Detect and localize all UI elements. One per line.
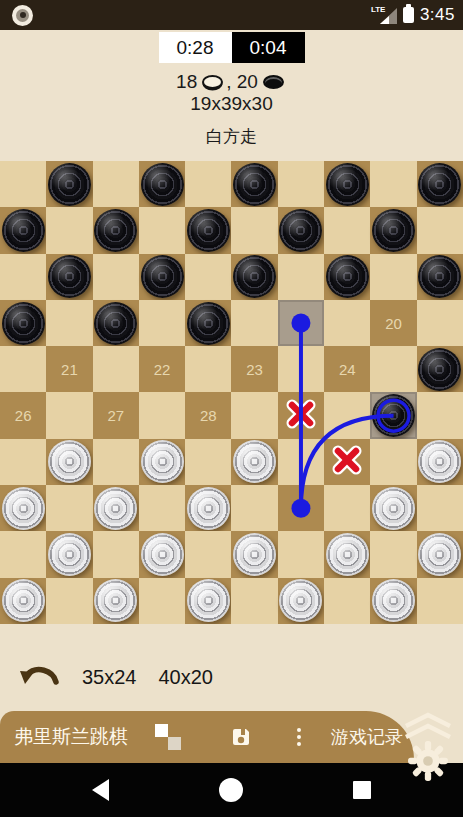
square-7[interactable] (93, 207, 139, 253)
light-square (324, 300, 370, 346)
square-33[interactable] (231, 439, 277, 485)
record-icon (12, 5, 33, 26)
light-square (46, 300, 92, 346)
square-1[interactable] (46, 161, 92, 207)
square-17[interactable] (93, 300, 139, 346)
battery-icon (403, 7, 414, 23)
chevron-up-icon (400, 712, 456, 740)
square-3[interactable] (231, 161, 277, 207)
light-square (278, 439, 324, 485)
black-man-square-7[interactable] (94, 209, 137, 252)
light-square (370, 254, 416, 300)
square-23[interactable]: 23 (231, 346, 277, 392)
white-man-square-40[interactable] (372, 487, 415, 530)
board-theme-icon[interactable] (155, 724, 181, 750)
light-square (417, 207, 463, 253)
phone-screen: LTE 3:45 0:28 0:04 18, 20 19x39x30 白方走 2… (0, 0, 463, 817)
light-square (139, 392, 185, 438)
light-square (324, 392, 370, 438)
light-square (370, 161, 416, 207)
white-count: 18 (176, 71, 197, 92)
square-24[interactable]: 24 (324, 346, 370, 392)
light-square (46, 578, 92, 624)
light-square (46, 392, 92, 438)
light-square (185, 531, 231, 577)
light-square (0, 346, 46, 392)
square-2[interactable] (139, 161, 185, 207)
clock-time: 3:45 (420, 5, 455, 25)
square-49[interactable] (278, 578, 324, 624)
black-man-square-12[interactable] (141, 255, 184, 298)
light-square (324, 485, 370, 531)
light-square (0, 254, 46, 300)
light-square (46, 485, 92, 531)
square-14[interactable] (324, 254, 370, 300)
square-12[interactable] (139, 254, 185, 300)
light-square (46, 207, 92, 253)
footer: 35x24 40x20 弗里斯兰跳棋 游戏记录 (0, 624, 463, 763)
white-man-square-48[interactable] (187, 579, 230, 622)
light-square (139, 578, 185, 624)
game-record-button[interactable]: 游戏记录 (331, 725, 403, 749)
bottom-toolbar: 弗里斯兰跳棋 游戏记录 (0, 711, 414, 763)
move-preview: 19x39x30 (0, 93, 463, 115)
square-32[interactable] (139, 439, 185, 485)
history-move-2[interactable]: 40x20 (159, 666, 214, 689)
recents-button[interactable] (353, 781, 371, 799)
white-man-square-49[interactable] (279, 579, 322, 622)
square-37[interactable] (93, 485, 139, 531)
white-man-square-38[interactable] (187, 487, 230, 530)
white-man-square-37[interactable] (94, 487, 137, 530)
light-square (231, 392, 277, 438)
light-square (231, 578, 277, 624)
white-man-square-45[interactable] (418, 533, 461, 576)
square-5[interactable] (417, 161, 463, 207)
square-29[interactable] (278, 392, 324, 438)
light-square (231, 207, 277, 253)
square-6[interactable] (0, 207, 46, 253)
light-square (417, 485, 463, 531)
app-title: 弗里斯兰跳棋 (14, 724, 128, 750)
light-square (370, 439, 416, 485)
square-number-20: 20 (385, 315, 402, 332)
light-square (278, 531, 324, 577)
light-square (93, 346, 139, 392)
white-man-square-33[interactable] (233, 440, 276, 483)
square-number-22: 22 (154, 361, 171, 378)
light-square (139, 207, 185, 253)
square-18[interactable] (185, 300, 231, 346)
white-clock: 0:28 (159, 32, 232, 63)
black-clock: 0:04 (232, 32, 305, 63)
black-man-square-5[interactable] (418, 163, 461, 206)
square-8[interactable] (185, 207, 231, 253)
black-man-square-17[interactable] (94, 302, 137, 345)
board[interactable]: 2021222324262728 (0, 161, 463, 624)
square-number-26: 26 (15, 407, 32, 424)
black-count: 20 (237, 71, 258, 92)
square-16[interactable] (0, 300, 46, 346)
square-number-27: 27 (107, 407, 124, 424)
board-area: 2021222324262728 (0, 161, 463, 624)
turn-indicator: 白方走 (0, 125, 463, 148)
light-square (0, 439, 46, 485)
square-31[interactable] (46, 439, 92, 485)
square-22[interactable]: 22 (139, 346, 185, 392)
light-square (0, 531, 46, 577)
white-man-square-47[interactable] (94, 579, 137, 622)
square-15[interactable] (417, 254, 463, 300)
undo-icon[interactable] (18, 662, 60, 692)
white-man-square-42[interactable] (141, 533, 184, 576)
square-46[interactable] (0, 578, 46, 624)
back-button[interactable] (92, 779, 109, 801)
black-man-square-3[interactable] (233, 163, 276, 206)
black-man-square-15[interactable] (418, 255, 461, 298)
white-man-square-46[interactable] (2, 579, 45, 622)
black-man-square-1[interactable] (48, 163, 91, 206)
black-man-square-13[interactable] (233, 255, 276, 298)
black-man-square-30[interactable] (372, 394, 415, 437)
square-48[interactable] (185, 578, 231, 624)
square-number-28: 28 (200, 407, 217, 424)
light-square (231, 485, 277, 531)
black-man-square-9[interactable] (279, 209, 322, 252)
white-man-square-44[interactable] (326, 533, 369, 576)
light-square (278, 161, 324, 207)
white-man-square-35[interactable] (418, 440, 461, 483)
square-42[interactable] (139, 531, 185, 577)
square-26[interactable]: 26 (0, 392, 46, 438)
square-40[interactable] (370, 485, 416, 531)
light-square (185, 439, 231, 485)
android-navbar (0, 763, 463, 817)
square-13[interactable] (231, 254, 277, 300)
square-21[interactable]: 21 (46, 346, 92, 392)
white-man-square-36[interactable] (2, 487, 45, 530)
square-45[interactable] (417, 531, 463, 577)
black-man-square-18[interactable] (187, 302, 230, 345)
light-square (417, 578, 463, 624)
square-39[interactable] (278, 485, 324, 531)
capture-x-mark-29 (284, 397, 318, 435)
black-piece-icon (263, 75, 284, 89)
square-number-23: 23 (246, 361, 263, 378)
menu-overflow-icon[interactable] (297, 728, 301, 746)
settings-corner[interactable] (399, 712, 457, 782)
light-square (278, 254, 324, 300)
square-25[interactable] (417, 346, 463, 392)
light-square (324, 578, 370, 624)
white-man-square-41[interactable] (48, 533, 91, 576)
signal-icon: LTE (371, 5, 397, 25)
square-11[interactable] (46, 254, 92, 300)
black-man-square-25[interactable] (418, 348, 461, 391)
light-square (93, 254, 139, 300)
light-square (185, 346, 231, 392)
status-bar: LTE 3:45 (0, 0, 463, 30)
count-separator: , (226, 71, 237, 92)
white-man-square-32[interactable] (141, 440, 184, 483)
light-square (278, 346, 324, 392)
light-square (417, 392, 463, 438)
light-square (417, 300, 463, 346)
light-square (139, 485, 185, 531)
light-square (93, 531, 139, 577)
square-34[interactable] (324, 439, 370, 485)
square-38[interactable] (185, 485, 231, 531)
square-19[interactable] (278, 300, 324, 346)
light-square (185, 254, 231, 300)
light-square (93, 161, 139, 207)
black-man-square-6[interactable] (2, 209, 45, 252)
black-man-square-8[interactable] (187, 209, 230, 252)
light-square (0, 161, 46, 207)
white-man-square-50[interactable] (372, 579, 415, 622)
white-man-square-43[interactable] (233, 533, 276, 576)
light-square (139, 300, 185, 346)
black-man-square-14[interactable] (326, 255, 369, 298)
light-square (93, 439, 139, 485)
square-20[interactable]: 20 (370, 300, 416, 346)
save-icon[interactable] (229, 725, 253, 749)
game-header: 0:28 0:04 18, 20 19x39x30 白方走 (0, 30, 463, 161)
square-47[interactable] (93, 578, 139, 624)
square-35[interactable] (417, 439, 463, 485)
light-square (231, 300, 277, 346)
square-9[interactable] (278, 207, 324, 253)
square-27[interactable]: 27 (93, 392, 139, 438)
square-number-24: 24 (339, 361, 356, 378)
square-10[interactable] (370, 207, 416, 253)
light-square (370, 531, 416, 577)
light-square (324, 207, 370, 253)
square-28[interactable]: 28 (185, 392, 231, 438)
black-man-square-4[interactable] (326, 163, 369, 206)
capture-x-mark-34 (330, 443, 364, 481)
white-man-square-31[interactable] (48, 440, 91, 483)
black-man-square-10[interactable] (372, 209, 415, 252)
square-43[interactable] (231, 531, 277, 577)
black-man-square-11[interactable] (48, 255, 91, 298)
gear-icon (407, 740, 449, 782)
square-44[interactable] (324, 531, 370, 577)
history-move-1[interactable]: 35x24 (82, 666, 137, 689)
clocks: 0:28 0:04 (0, 32, 463, 63)
home-button[interactable] (219, 778, 243, 802)
light-square (185, 161, 231, 207)
square-41[interactable] (46, 531, 92, 577)
square-30[interactable] (370, 392, 416, 438)
square-number-21: 21 (61, 361, 78, 378)
piece-counts: 18, 20 (0, 71, 463, 93)
square-36[interactable] (0, 485, 46, 531)
white-piece-icon (202, 75, 223, 89)
square-4[interactable] (324, 161, 370, 207)
black-man-square-16[interactable] (2, 302, 45, 345)
black-man-square-2[interactable] (141, 163, 184, 206)
square-50[interactable] (370, 578, 416, 624)
light-square (370, 346, 416, 392)
